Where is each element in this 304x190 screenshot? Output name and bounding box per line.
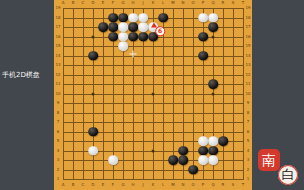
coord-number-left: 2 (57, 168, 60, 172)
coord-letter-top: D (91, 1, 94, 5)
coord-number-right: 2 (247, 168, 250, 172)
coord-number-right: 14 (245, 54, 250, 58)
coord-letter-top: F (112, 1, 114, 5)
coord-letter-top: A (62, 1, 65, 5)
white-stone[interactable] (118, 32, 128, 42)
black-stone[interactable] (128, 22, 138, 32)
coord-number-left: 15 (55, 44, 60, 48)
sidebar-caption: 手机2D棋盘 (2, 70, 54, 80)
coord-number-right: 1 (247, 177, 250, 181)
star-point (92, 35, 95, 38)
black-stone[interactable] (118, 13, 128, 23)
coord-number-right: 17 (245, 25, 250, 29)
right-sidebar: 南 白 (252, 0, 304, 190)
black-stone[interactable] (158, 13, 168, 23)
black-stone[interactable] (128, 32, 138, 42)
coord-number-left: 3 (57, 158, 60, 162)
coord-letter-top: C (82, 1, 85, 5)
coord-letter-top: G (121, 1, 124, 5)
black-stone[interactable] (138, 32, 148, 42)
white-stone[interactable] (118, 22, 128, 32)
coord-number-left: 18 (55, 16, 60, 20)
white-stone[interactable] (198, 13, 208, 23)
coord-number-left: 6 (57, 130, 60, 134)
black-stone[interactable] (178, 155, 188, 165)
black-stone[interactable] (168, 155, 178, 165)
white-stone[interactable] (138, 22, 148, 32)
coord-letter-top: R (222, 1, 225, 5)
black-stone[interactable] (198, 146, 208, 156)
coord-number-right: 15 (245, 44, 250, 48)
white-stone[interactable] (208, 136, 218, 146)
coord-letter-bottom: S (232, 183, 235, 187)
coord-number-right: 4 (247, 149, 250, 153)
coord-letter-bottom: H (131, 183, 134, 187)
grid-hline (63, 103, 244, 104)
black-stone[interactable] (208, 146, 218, 156)
go-board[interactable]: AABBCCDDEEFFGGHHJJKKLLMMNNOOPPQQRRSSTT19… (54, 0, 252, 190)
coord-number-right: 10 (245, 92, 250, 96)
coord-letter-top: M (171, 1, 174, 5)
coord-letter-top: S (232, 1, 235, 5)
coord-number-right: 3 (247, 158, 250, 162)
white-stone[interactable] (88, 146, 98, 156)
coord-number-left: 4 (57, 149, 60, 153)
star-point (152, 92, 155, 95)
coord-number-right: 11 (245, 82, 250, 86)
white-stone[interactable] (198, 136, 208, 146)
coord-letter-top: O (191, 1, 194, 5)
coord-number-left: 11 (55, 82, 60, 86)
coord-letter-bottom: M (171, 183, 174, 187)
coord-number-right: 8 (247, 111, 250, 115)
grid-hline (63, 122, 244, 123)
coord-letter-top: Q (211, 1, 214, 5)
black-stone[interactable] (88, 127, 98, 137)
white-stone[interactable] (138, 13, 148, 23)
white-stone[interactable] (208, 13, 218, 23)
coord-number-left: 1 (57, 177, 60, 181)
star-point (212, 35, 215, 38)
coord-number-left: 5 (57, 139, 60, 143)
black-stone[interactable] (198, 32, 208, 42)
white-stone[interactable] (108, 155, 118, 165)
coord-number-left: 10 (55, 92, 60, 96)
star-point (212, 92, 215, 95)
coord-letter-bottom: N (182, 183, 185, 187)
black-stone[interactable] (108, 13, 118, 23)
coord-number-left: 12 (55, 73, 60, 77)
star-point (92, 92, 95, 95)
coord-letter-top: T (242, 1, 244, 5)
coord-number-left: 16 (55, 35, 60, 39)
coord-letter-bottom: Q (211, 183, 214, 187)
black-stone[interactable] (198, 51, 208, 61)
coord-number-right: 13 (245, 63, 250, 67)
coord-letter-bottom: T (242, 183, 244, 187)
black-stone[interactable] (108, 32, 118, 42)
move-number-marker: 6 (155, 26, 165, 36)
coord-letter-top: B (72, 1, 75, 5)
grid-hline (63, 113, 244, 114)
logo-red-square: 南 (258, 149, 280, 171)
black-stone[interactable] (218, 136, 228, 146)
coord-number-right: 19 (245, 6, 250, 10)
cursor-crosshair (130, 51, 137, 58)
coord-number-left: 14 (55, 54, 60, 58)
coord-number-right: 18 (245, 16, 250, 20)
coord-letter-bottom: G (121, 183, 124, 187)
coord-letter-bottom: O (191, 183, 194, 187)
black-stone[interactable] (108, 22, 118, 32)
coord-number-right: 6 (247, 130, 250, 134)
coord-letter-bottom: C (82, 183, 85, 187)
coord-number-left: 13 (55, 63, 60, 67)
coord-letter-top: K (152, 1, 155, 5)
grid-vline (193, 8, 194, 179)
star-point (152, 149, 155, 152)
white-stone[interactable] (198, 155, 208, 165)
channel-logo: 南 白 (258, 149, 298, 185)
coord-letter-top: P (202, 1, 204, 5)
black-stone[interactable] (178, 146, 188, 156)
grid-vline (243, 8, 244, 179)
white-stone[interactable] (208, 155, 218, 165)
coord-number-left: 8 (57, 111, 60, 115)
coord-letter-bottom: A (62, 183, 65, 187)
coord-letter-bottom: P (202, 183, 204, 187)
black-stone[interactable] (188, 165, 198, 175)
coord-letter-bottom: E (102, 183, 105, 187)
black-stone[interactable] (208, 79, 218, 89)
coord-letter-bottom: R (222, 183, 225, 187)
black-stone[interactable] (98, 22, 108, 32)
coord-number-right: 7 (247, 120, 250, 124)
grid-hline (63, 179, 244, 180)
coord-letter-bottom: D (91, 183, 94, 187)
coord-letter-bottom: L (162, 183, 164, 187)
grid-hline (63, 170, 244, 171)
coord-letter-bottom: J (142, 183, 143, 187)
coord-letter-top: E (102, 1, 105, 5)
coord-letter-bottom: K (152, 183, 155, 187)
grid-vline (173, 8, 174, 179)
coord-letter-top: L (162, 1, 164, 5)
coord-number-right: 5 (247, 139, 250, 143)
left-sidebar: 手机2D棋盘 (0, 0, 54, 190)
coord-number-right: 16 (245, 35, 250, 39)
coord-letter-top: J (142, 1, 143, 5)
coord-number-right: 12 (245, 73, 250, 77)
coord-number-left: 17 (55, 25, 60, 29)
coord-number-left: 9 (57, 101, 60, 105)
white-stone[interactable] (128, 13, 138, 23)
coord-number-left: 19 (55, 6, 60, 10)
coord-letter-bottom: F (112, 183, 114, 187)
white-stone[interactable] (118, 41, 128, 51)
coord-number-right: 9 (247, 101, 250, 105)
logo-white-circle: 白 (278, 165, 298, 185)
grid-vline (223, 8, 224, 179)
grid-vline (233, 8, 234, 179)
coord-letter-bottom: B (72, 183, 75, 187)
app-window: 手机2D棋盘 AABBCCDDEEFFGGHHJJKKLLMMNNOOPPQQR… (0, 0, 304, 190)
black-stone[interactable] (88, 51, 98, 61)
coord-letter-top: H (131, 1, 134, 5)
coord-number-left: 7 (57, 120, 60, 124)
coord-letter-top: N (182, 1, 185, 5)
black-stone[interactable] (208, 22, 218, 32)
